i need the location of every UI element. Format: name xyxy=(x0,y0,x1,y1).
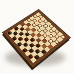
product-photo-stage xyxy=(0,0,74,74)
